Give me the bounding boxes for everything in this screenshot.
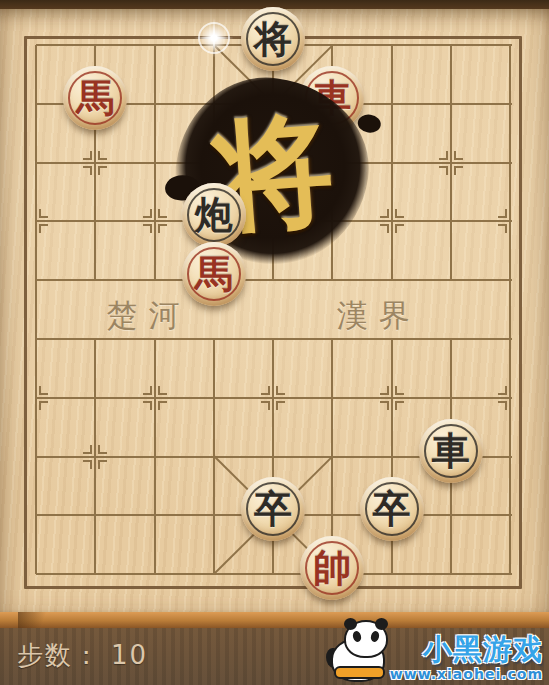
piece-red-帥[interactable]: 帥 bbox=[300, 536, 364, 600]
piece-black-炮[interactable]: 炮 bbox=[182, 183, 246, 247]
piece-glyph: 帥 bbox=[313, 549, 351, 587]
piece-glyph: 将 bbox=[254, 20, 292, 58]
game-screen: 楚河 漢界 将馬車炮馬車卒卒帥 将 步数：10 小黑游戏 bbox=[0, 0, 549, 685]
grid-line bbox=[154, 45, 156, 280]
watermark-url: www.xiaohei.com bbox=[390, 666, 543, 682]
river-label-left: 楚河 bbox=[96, 295, 191, 337]
piece-red-馬[interactable]: 馬 bbox=[182, 242, 246, 306]
grid-line bbox=[391, 45, 393, 280]
point-marker bbox=[24, 386, 48, 410]
piece-red-馬[interactable]: 馬 bbox=[63, 66, 127, 130]
piece-black-卒[interactable]: 卒 bbox=[360, 477, 424, 541]
point-marker bbox=[83, 151, 107, 175]
move-counter-label: 步数： bbox=[17, 640, 101, 670]
piece-glyph: 馬 bbox=[195, 255, 233, 293]
xiangqi-board[interactable]: 楚河 漢界 将馬車炮馬車卒卒帥 将 bbox=[0, 9, 549, 612]
grid-line bbox=[509, 45, 511, 574]
panda-icon bbox=[330, 620, 388, 682]
point-marker bbox=[498, 386, 522, 410]
point-marker bbox=[380, 386, 404, 410]
piece-glyph: 炮 bbox=[195, 196, 233, 234]
move-counter: 步数：10 bbox=[17, 638, 148, 673]
river-label-right: 漢界 bbox=[326, 295, 421, 337]
move-counter-value: 10 bbox=[111, 640, 148, 670]
grid-line bbox=[36, 338, 512, 340]
piece-glyph: 卒 bbox=[254, 490, 292, 528]
point-marker bbox=[261, 386, 285, 410]
grid-line bbox=[35, 45, 37, 574]
piece-glyph: 卒 bbox=[373, 490, 411, 528]
status-bar: 步数：10 小黑游戏 www.xiaohei.com bbox=[0, 628, 549, 685]
point-marker bbox=[24, 209, 48, 233]
piece-black-車[interactable]: 車 bbox=[419, 419, 483, 483]
grid-line bbox=[36, 279, 512, 281]
point-marker bbox=[143, 386, 167, 410]
point-marker bbox=[439, 151, 463, 175]
point-marker bbox=[83, 445, 107, 469]
point-marker bbox=[143, 209, 167, 233]
piece-black-将[interactable]: 将 bbox=[241, 7, 305, 71]
grid-line bbox=[154, 339, 156, 574]
piece-black-卒[interactable]: 卒 bbox=[241, 477, 305, 541]
piece-glyph: 車 bbox=[432, 432, 470, 470]
point-marker bbox=[380, 209, 404, 233]
piece-glyph: 馬 bbox=[76, 79, 114, 117]
grid-line bbox=[36, 573, 512, 575]
watermark-logo: 小黑游戏 www.xiaohei.com bbox=[330, 620, 543, 682]
point-marker bbox=[498, 209, 522, 233]
last-move-sparkle-icon bbox=[192, 16, 236, 60]
watermark-title: 小黑游戏 bbox=[423, 634, 543, 666]
